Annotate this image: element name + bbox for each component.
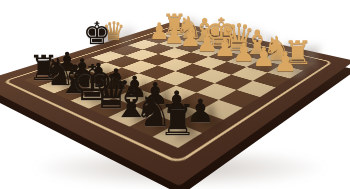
display-black-king[interactable]: ♚ xyxy=(83,17,111,48)
piece-black-rook-a8[interactable]: ♜ xyxy=(158,100,196,143)
piece-white-pawn-a2[interactable]: ♟ xyxy=(273,50,297,77)
piece-white-pawn-b2[interactable]: ♟ xyxy=(252,45,275,71)
product-photo-scene: ♜♞♟♛♝♚♟♚♟♛♟♝♟♞♟♜♟♟♟♟♜♟♞♟♝♟♚♟♛♟♝♟♞♜ xyxy=(0,0,350,189)
